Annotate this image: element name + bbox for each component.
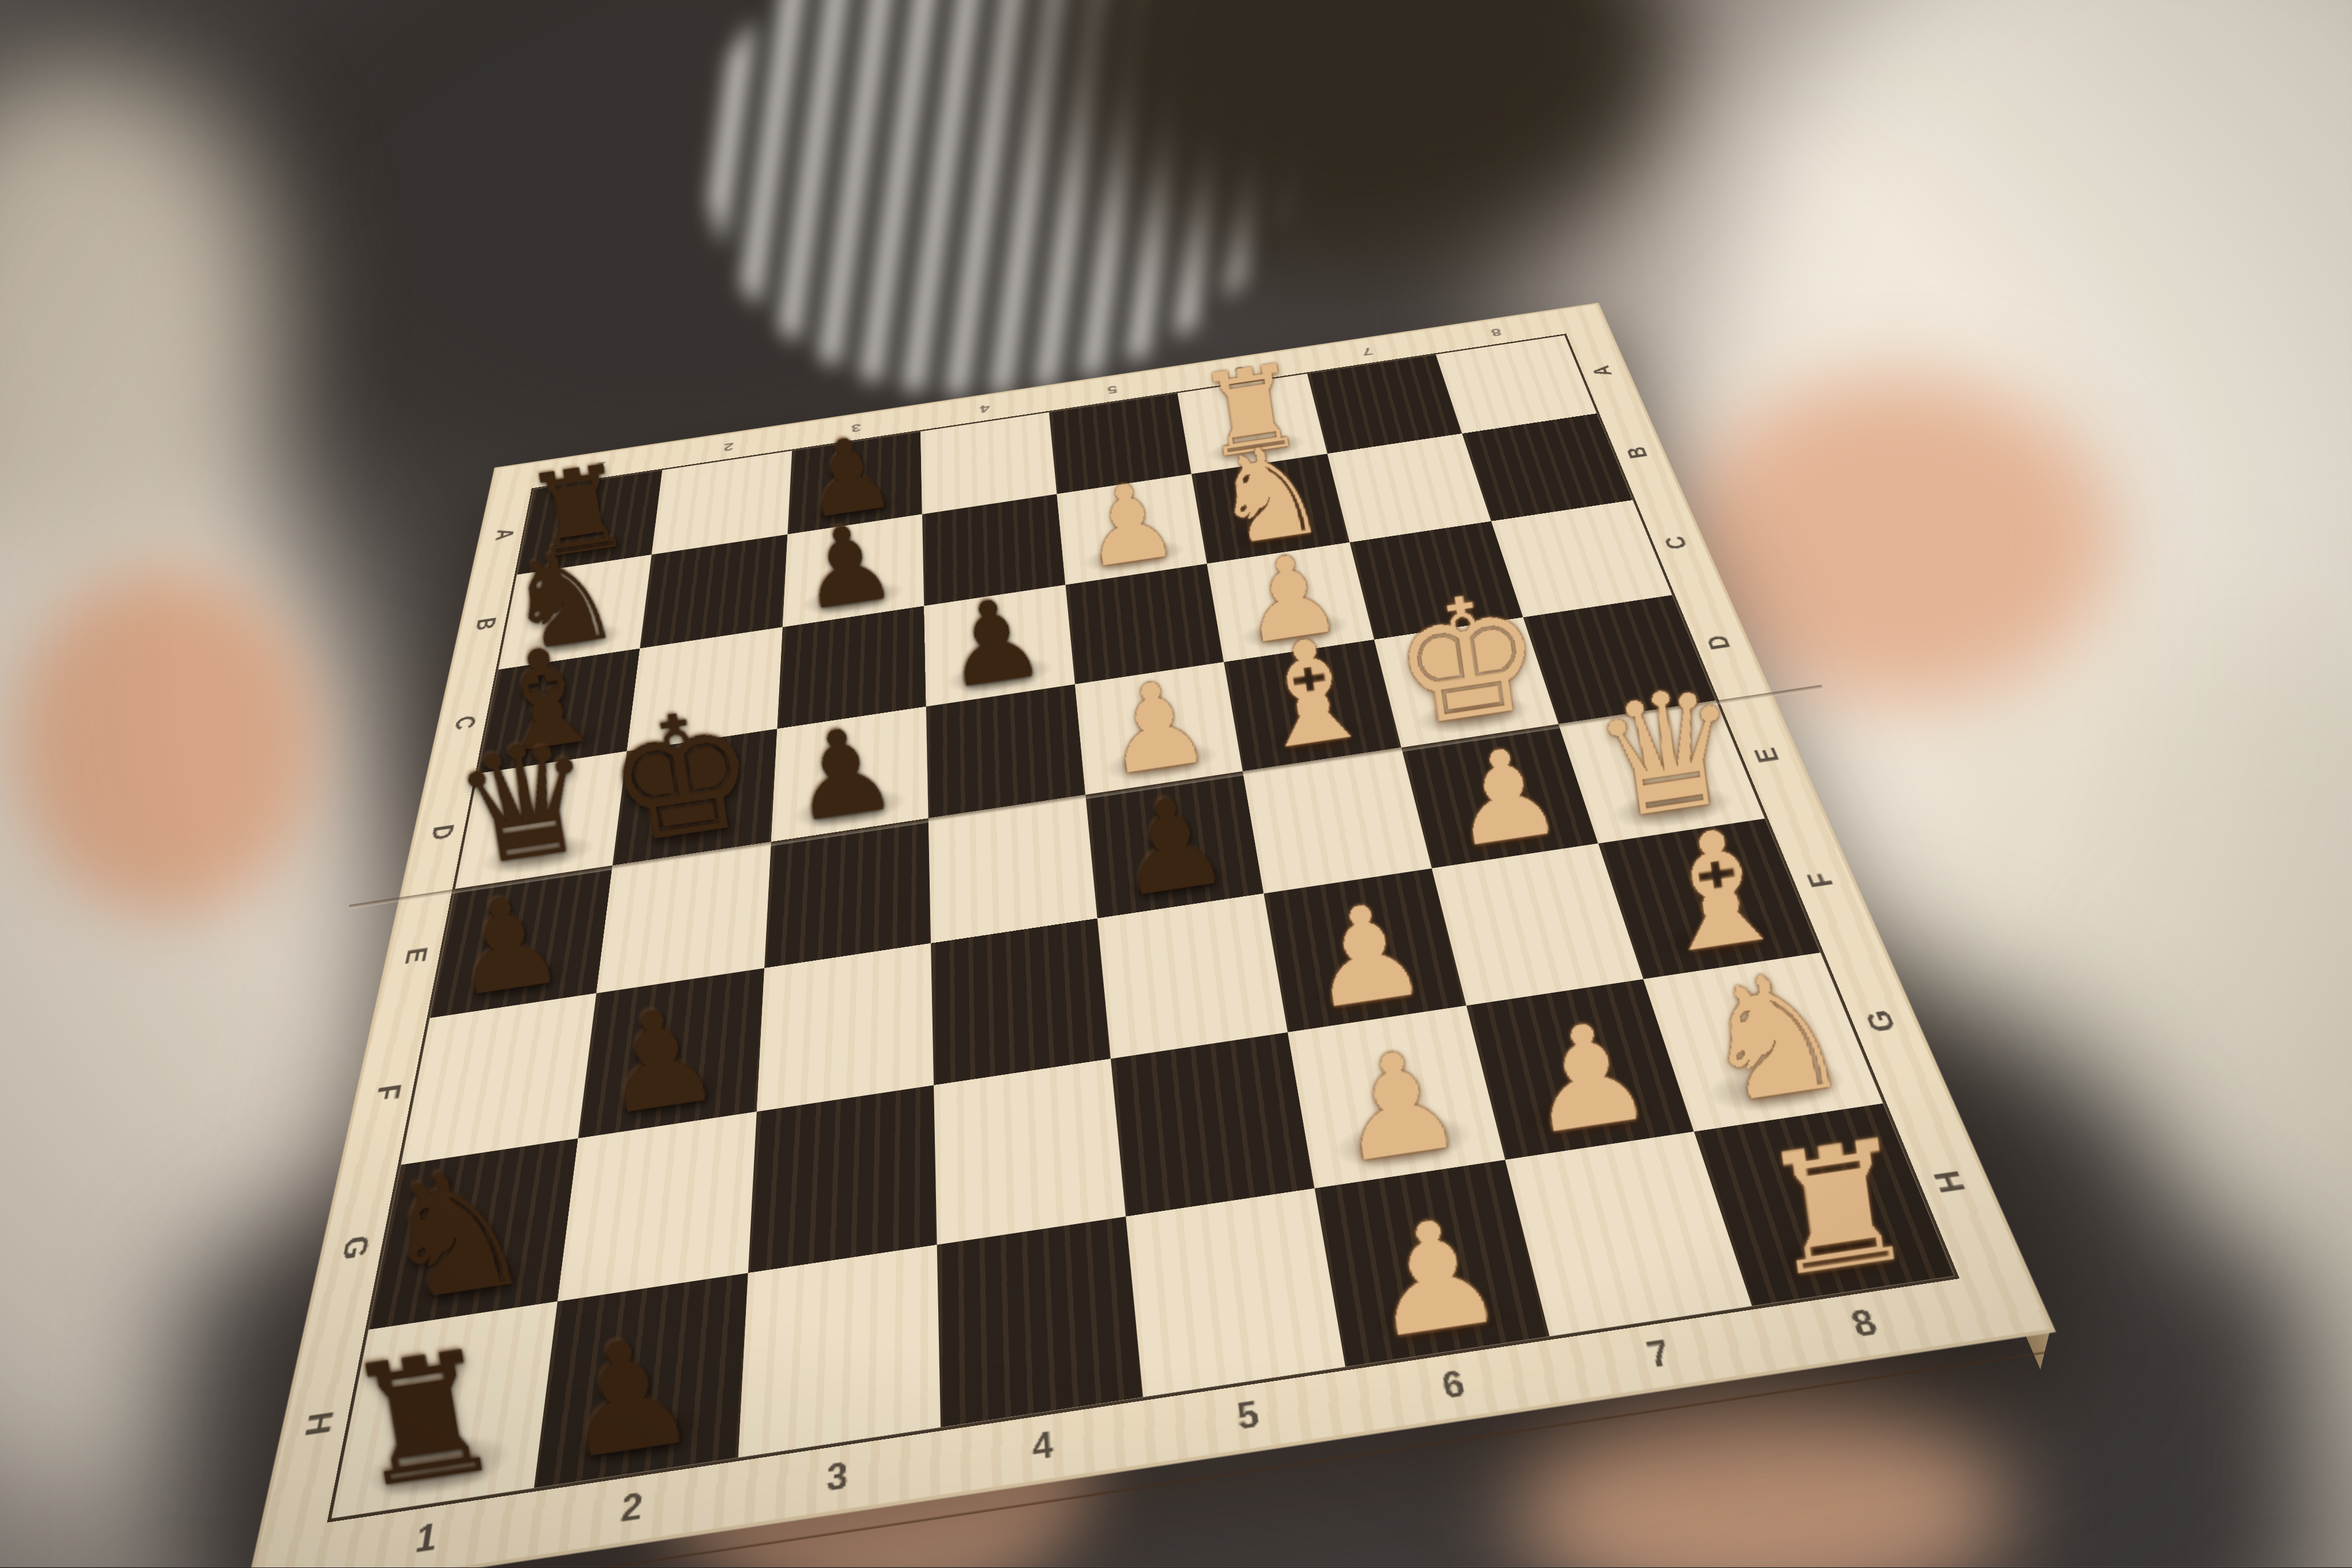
scene-stage: 12345678 AABBCCDDEEFFGGHH 12345678 ♜♟♜♞♟…: [0, 0, 2352, 1567]
photo-canvas: 12345678 AABBCCDDEEFFGGHH 12345678 ♜♟♜♞♟…: [0, 0, 2352, 1568]
photo-vignette: [0, 0, 2352, 1567]
